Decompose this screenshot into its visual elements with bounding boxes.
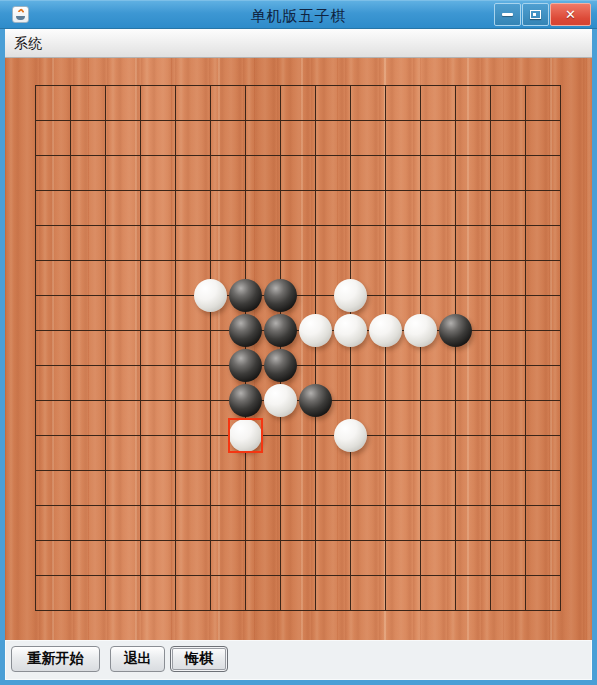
black-stone bbox=[264, 314, 297, 347]
white-stone bbox=[404, 314, 437, 347]
black-stone bbox=[229, 314, 262, 347]
window-controls: ✕ bbox=[494, 3, 591, 26]
close-icon: ✕ bbox=[565, 8, 576, 21]
black-stone bbox=[439, 314, 472, 347]
maximize-icon bbox=[530, 10, 541, 19]
restart-button[interactable]: 重新开始 bbox=[11, 646, 100, 672]
app-window: 单机版五子棋 ✕ 系统 重新开始 退出 悔棋 bbox=[0, 0, 597, 685]
minimize-icon bbox=[502, 13, 513, 16]
close-button[interactable]: ✕ bbox=[550, 3, 591, 26]
title-bar: 单机版五子棋 ✕ bbox=[0, 0, 597, 29]
black-stone bbox=[299, 384, 332, 417]
white-stone bbox=[299, 314, 332, 347]
white-stone bbox=[334, 314, 367, 347]
black-stone bbox=[229, 349, 262, 382]
black-stone bbox=[229, 279, 262, 312]
white-stone bbox=[264, 384, 297, 417]
board-panel bbox=[5, 58, 592, 640]
white-stone bbox=[194, 279, 227, 312]
white-stone bbox=[369, 314, 402, 347]
button-panel: 重新开始 退出 悔棋 bbox=[5, 640, 592, 680]
menu-item-system[interactable]: 系统 bbox=[5, 29, 51, 57]
white-stone bbox=[334, 419, 367, 452]
exit-button[interactable]: 退出 bbox=[110, 646, 165, 672]
black-stone bbox=[264, 279, 297, 312]
white-stone bbox=[334, 279, 367, 312]
board-grid[interactable] bbox=[35, 85, 561, 611]
maximize-button[interactable] bbox=[522, 3, 549, 26]
white-stone bbox=[229, 419, 262, 452]
minimize-button[interactable] bbox=[494, 3, 521, 26]
menu-bar: 系统 bbox=[5, 29, 592, 58]
black-stone bbox=[229, 384, 262, 417]
black-stone bbox=[264, 349, 297, 382]
undo-button[interactable]: 悔棋 bbox=[170, 646, 228, 672]
